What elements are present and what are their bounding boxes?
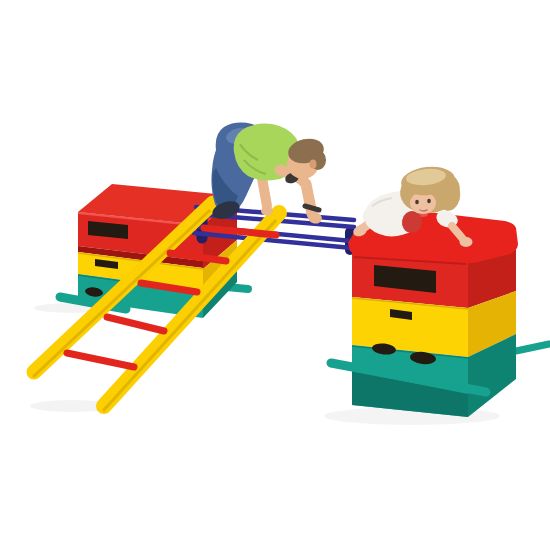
boy-ear (310, 160, 317, 169)
girl-eye-left (415, 200, 419, 204)
product-photo (0, 0, 550, 550)
girl-right-hand (460, 237, 473, 247)
boy-far-arm (262, 178, 267, 206)
scene-canvas (0, 0, 550, 550)
girl-eye-right (427, 199, 431, 203)
boy-far-hand (261, 207, 273, 216)
